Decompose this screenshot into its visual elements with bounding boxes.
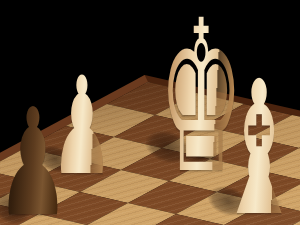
white-bishop-piece[interactable]: ♝: [216, 57, 300, 225]
chess-scene: ♟ ♟ ♚ ♝: [0, 0, 300, 225]
white-pawn-piece[interactable]: ♟: [51, 59, 114, 194]
